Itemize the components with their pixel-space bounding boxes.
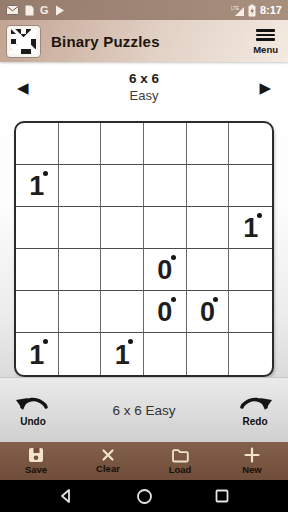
cell-r1c2[interactable]: [59, 123, 102, 165]
android-navigation-bar: [0, 480, 288, 512]
home-button[interactable]: [136, 488, 153, 505]
given-lock-dot: [43, 171, 48, 176]
action-toolbar: Save Clear Load New: [0, 442, 288, 480]
given-digit: 1: [29, 342, 44, 369]
given-digit: 0: [200, 299, 215, 326]
undo-label: Undo: [20, 416, 46, 427]
document-icon: [25, 5, 34, 16]
cell-r1c1[interactable]: [16, 123, 59, 165]
cell-r4c1[interactable]: [16, 249, 59, 291]
cell-r4c2[interactable]: [59, 249, 102, 291]
save-button[interactable]: Save: [0, 442, 72, 480]
hamburger-icon: [256, 27, 275, 43]
given-lock-dot: [213, 297, 218, 302]
folder-icon: [171, 448, 190, 463]
cell-r6c4[interactable]: [144, 333, 187, 375]
cell-r2c6[interactable]: [229, 165, 272, 207]
back-button[interactable]: [58, 488, 74, 504]
cell-r3c5[interactable]: [187, 207, 230, 249]
puzzle-size-label: 6 x 6: [31, 71, 258, 86]
undo-button[interactable]: Undo: [10, 393, 56, 427]
cell-r4c4[interactable]: 0: [144, 249, 187, 291]
new-button[interactable]: New: [216, 442, 288, 480]
google-icon: G: [40, 5, 49, 16]
clock: 8:17: [260, 4, 282, 16]
given-lock-dot: [43, 339, 48, 344]
redo-button[interactable]: Redo: [232, 393, 278, 427]
cell-r6c5[interactable]: [187, 333, 230, 375]
system-status-icons: LTE 8:17: [231, 4, 282, 17]
load-button[interactable]: Load: [144, 442, 216, 480]
puzzle-selector: ◀ 6 x 6 Easy ▶: [0, 62, 288, 112]
gmail-icon: [6, 5, 19, 15]
app-logo-icon: [6, 25, 41, 58]
next-puzzle-button[interactable]: ▶: [257, 76, 273, 99]
plus-icon: [244, 447, 260, 463]
page-title: Binary Puzzles: [51, 33, 249, 50]
new-label: New: [242, 464, 262, 475]
cell-r3c3[interactable]: [101, 207, 144, 249]
board: 1100011: [14, 121, 274, 377]
cell-r1c3[interactable]: [101, 123, 144, 165]
cell-r3c1[interactable]: [16, 207, 59, 249]
cell-r6c3[interactable]: 1: [101, 333, 144, 375]
given-digit: 1: [29, 173, 44, 200]
load-label: Load: [169, 464, 192, 475]
status-label: 6 x 6 Easy: [56, 403, 232, 418]
given-lock-dot: [128, 339, 133, 344]
cell-r5c2[interactable]: [59, 291, 102, 333]
undo-icon: [15, 393, 51, 415]
given-digit: 0: [157, 299, 172, 326]
status-bar: G LTE 8:17: [0, 0, 288, 20]
clear-button[interactable]: Clear: [72, 442, 144, 480]
cell-r4c3[interactable]: [101, 249, 144, 291]
app-window: G LTE 8:17: [0, 0, 288, 512]
cell-r6c1[interactable]: 1: [16, 333, 59, 375]
puzzle-difficulty-label: Easy: [31, 88, 258, 103]
cell-r2c5[interactable]: [187, 165, 230, 207]
given-lock-dot: [171, 255, 176, 260]
cell-r3c2[interactable]: [59, 207, 102, 249]
given-digit: 1: [243, 215, 258, 242]
save-label: Save: [25, 464, 47, 475]
puzzle-info: 6 x 6 Easy: [31, 71, 258, 103]
prev-puzzle-button[interactable]: ◀: [15, 76, 31, 99]
cell-r5c1[interactable]: [16, 291, 59, 333]
signal-lte-icon: LTE: [231, 5, 244, 16]
play-store-icon: [55, 5, 65, 16]
cell-r5c6[interactable]: [229, 291, 272, 333]
svg-text:LTE: LTE: [231, 5, 239, 10]
cell-r5c5[interactable]: 0: [187, 291, 230, 333]
given-lock-dot: [257, 213, 262, 218]
cell-r3c6[interactable]: 1: [229, 207, 272, 249]
floppy-icon: [28, 447, 44, 463]
given-lock-dot: [171, 297, 176, 302]
cell-r1c4[interactable]: [144, 123, 187, 165]
cell-r5c3[interactable]: [101, 291, 144, 333]
cell-r6c2[interactable]: [59, 333, 102, 375]
redo-label: Redo: [243, 416, 268, 427]
given-digit: 0: [157, 257, 172, 284]
menu-label: Menu: [253, 44, 278, 55]
undo-redo-bar: Undo 6 x 6 Easy Redo: [0, 377, 288, 442]
cell-r1c5[interactable]: [187, 123, 230, 165]
menu-button[interactable]: Menu: [249, 25, 282, 57]
cell-r2c3[interactable]: [101, 165, 144, 207]
recents-button[interactable]: [214, 488, 230, 504]
cell-r4c6[interactable]: [229, 249, 272, 291]
x-icon: [101, 448, 115, 462]
cell-r5c4[interactable]: 0: [144, 291, 187, 333]
cell-r6c6[interactable]: [229, 333, 272, 375]
redo-icon: [237, 393, 273, 415]
given-digit: 1: [115, 342, 130, 369]
clear-label: Clear: [96, 463, 120, 474]
cell-r4c5[interactable]: [187, 249, 230, 291]
main-area: ◀ 6 x 6 Easy ▶ 1100011: [0, 62, 288, 377]
cell-r2c2[interactable]: [59, 165, 102, 207]
cell-r3c4[interactable]: [144, 207, 187, 249]
app-bar: Binary Puzzles Menu: [0, 20, 288, 62]
cell-r1c6[interactable]: [229, 123, 272, 165]
cell-r2c1[interactable]: 1: [16, 165, 59, 207]
battery-charging-icon: [248, 4, 256, 17]
cell-r2c4[interactable]: [144, 165, 187, 207]
notification-icons: G: [6, 5, 231, 16]
